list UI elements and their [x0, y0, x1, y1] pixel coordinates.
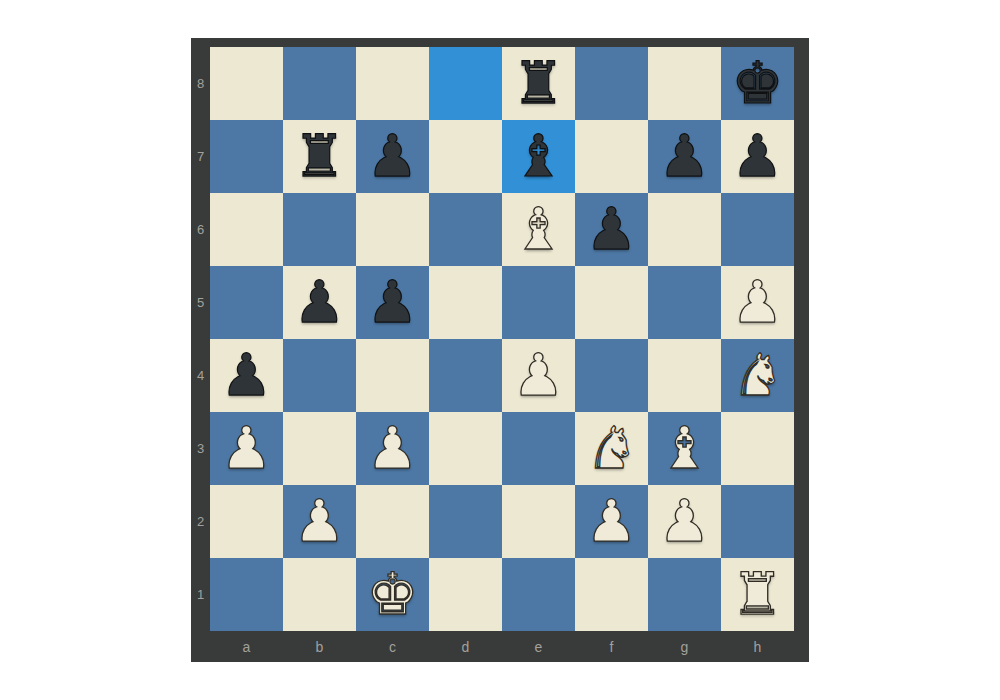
- square-c7[interactable]: ♟: [356, 120, 429, 193]
- rank-label-3: 3: [191, 412, 210, 485]
- file-label-e: e: [502, 639, 575, 655]
- square-b7[interactable]: ♜: [283, 120, 356, 193]
- square-h2[interactable]: [721, 485, 794, 558]
- square-h4[interactable]: ♞: [721, 339, 794, 412]
- piece-white-pawn-g2[interactable]: ♟: [659, 485, 711, 558]
- square-f3[interactable]: ♞: [575, 412, 648, 485]
- square-g7[interactable]: ♟: [648, 120, 721, 193]
- square-d2[interactable]: [429, 485, 502, 558]
- piece-white-pawn-f2[interactable]: ♟: [586, 485, 638, 558]
- square-a5[interactable]: [210, 266, 283, 339]
- square-c2[interactable]: [356, 485, 429, 558]
- square-h1[interactable]: ♜: [721, 558, 794, 631]
- piece-black-pawn-f6[interactable]: ♟: [586, 193, 638, 266]
- square-d6[interactable]: [429, 193, 502, 266]
- square-h3[interactable]: [721, 412, 794, 485]
- file-label-a: a: [210, 639, 283, 655]
- piece-black-pawn-c7[interactable]: ♟: [367, 120, 419, 193]
- square-a1[interactable]: [210, 558, 283, 631]
- rank-label-7: 7: [191, 120, 210, 193]
- square-f5[interactable]: [575, 266, 648, 339]
- file-label-h: h: [721, 639, 794, 655]
- square-g2[interactable]: ♟: [648, 485, 721, 558]
- piece-black-king-h8[interactable]: ♚: [732, 47, 784, 120]
- piece-black-pawn-b5[interactable]: ♟: [294, 266, 346, 339]
- square-b3[interactable]: [283, 412, 356, 485]
- square-g4[interactable]: [648, 339, 721, 412]
- square-f6[interactable]: ♟: [575, 193, 648, 266]
- square-b1[interactable]: [283, 558, 356, 631]
- square-a6[interactable]: [210, 193, 283, 266]
- rank-label-6: 6: [191, 193, 210, 266]
- piece-white-rook-h1[interactable]: ♜: [732, 558, 784, 631]
- chess-board-frame: 87654321 ♜♚♜♟♝♟♟♝♟♟♟♟♟♟♞♟♟♞♝♟♟♟♚♜ abcdef…: [191, 38, 809, 662]
- rank-label-8: 8: [191, 47, 210, 120]
- square-e6[interactable]: ♝: [502, 193, 575, 266]
- square-e8[interactable]: ♜: [502, 47, 575, 120]
- square-b8[interactable]: [283, 47, 356, 120]
- square-a3[interactable]: ♟: [210, 412, 283, 485]
- rank-labels: 87654321: [191, 47, 210, 631]
- square-f4[interactable]: [575, 339, 648, 412]
- square-a4[interactable]: ♟: [210, 339, 283, 412]
- board-squares: ♜♚♜♟♝♟♟♝♟♟♟♟♟♟♞♟♟♞♝♟♟♟♚♜: [210, 47, 794, 631]
- file-labels: abcdefgh: [210, 631, 794, 662]
- square-d5[interactable]: [429, 266, 502, 339]
- square-e5[interactable]: [502, 266, 575, 339]
- square-f1[interactable]: [575, 558, 648, 631]
- piece-white-king-c1[interactable]: ♚: [367, 558, 419, 631]
- rank-label-2: 2: [191, 485, 210, 558]
- file-label-g: g: [648, 639, 721, 655]
- square-g3[interactable]: ♝: [648, 412, 721, 485]
- square-g5[interactable]: [648, 266, 721, 339]
- square-e7[interactable]: ♝: [502, 120, 575, 193]
- piece-black-pawn-a4[interactable]: ♟: [221, 339, 273, 412]
- piece-white-pawn-c3[interactable]: ♟: [367, 412, 419, 485]
- piece-black-pawn-h7[interactable]: ♟: [732, 120, 784, 193]
- square-e4[interactable]: ♟: [502, 339, 575, 412]
- square-e1[interactable]: [502, 558, 575, 631]
- piece-white-knight-h4[interactable]: ♞: [732, 339, 784, 412]
- square-d4[interactable]: [429, 339, 502, 412]
- rank-label-4: 4: [191, 339, 210, 412]
- piece-white-pawn-h5[interactable]: ♟: [732, 266, 784, 339]
- file-label-c: c: [356, 639, 429, 655]
- square-g1[interactable]: [648, 558, 721, 631]
- square-e3[interactable]: [502, 412, 575, 485]
- square-d1[interactable]: [429, 558, 502, 631]
- square-g6[interactable]: [648, 193, 721, 266]
- square-c1[interactable]: ♚: [356, 558, 429, 631]
- square-c3[interactable]: ♟: [356, 412, 429, 485]
- rank-label-1: 1: [191, 558, 210, 631]
- square-d7[interactable]: [429, 120, 502, 193]
- square-b5[interactable]: ♟: [283, 266, 356, 339]
- square-h7[interactable]: ♟: [721, 120, 794, 193]
- rank-label-5: 5: [191, 266, 210, 339]
- square-c4[interactable]: [356, 339, 429, 412]
- piece-white-bishop-g3[interactable]: ♝: [659, 412, 711, 485]
- square-g8[interactable]: [648, 47, 721, 120]
- piece-white-pawn-a3[interactable]: ♟: [221, 412, 273, 485]
- square-c6[interactable]: [356, 193, 429, 266]
- file-label-d: d: [429, 639, 502, 655]
- square-h5[interactable]: ♟: [721, 266, 794, 339]
- piece-black-rook-e8[interactable]: ♜: [513, 47, 565, 120]
- square-h6[interactable]: [721, 193, 794, 266]
- piece-black-rook-b7[interactable]: ♜: [294, 120, 346, 193]
- square-a8[interactable]: [210, 47, 283, 120]
- square-f8[interactable]: [575, 47, 648, 120]
- square-h8[interactable]: ♚: [721, 47, 794, 120]
- square-b4[interactable]: [283, 339, 356, 412]
- piece-black-bishop-e7[interactable]: ♝: [513, 120, 565, 193]
- square-e2[interactable]: [502, 485, 575, 558]
- piece-black-pawn-c5[interactable]: ♟: [367, 266, 419, 339]
- file-label-b: b: [283, 639, 356, 655]
- square-d8[interactable]: [429, 47, 502, 120]
- file-label-f: f: [575, 639, 648, 655]
- piece-white-knight-f3[interactable]: ♞: [586, 412, 638, 485]
- square-f7[interactable]: [575, 120, 648, 193]
- square-f2[interactable]: ♟: [575, 485, 648, 558]
- piece-black-pawn-g7[interactable]: ♟: [659, 120, 711, 193]
- piece-white-pawn-e4[interactable]: ♟: [513, 339, 565, 412]
- square-c8[interactable]: [356, 47, 429, 120]
- square-a2[interactable]: [210, 485, 283, 558]
- square-b2[interactable]: ♟: [283, 485, 356, 558]
- square-b6[interactable]: [283, 193, 356, 266]
- piece-white-bishop-e6[interactable]: ♝: [513, 193, 565, 266]
- square-c5[interactable]: ♟: [356, 266, 429, 339]
- square-d3[interactable]: [429, 412, 502, 485]
- square-a7[interactable]: [210, 120, 283, 193]
- piece-white-pawn-b2[interactable]: ♟: [294, 485, 346, 558]
